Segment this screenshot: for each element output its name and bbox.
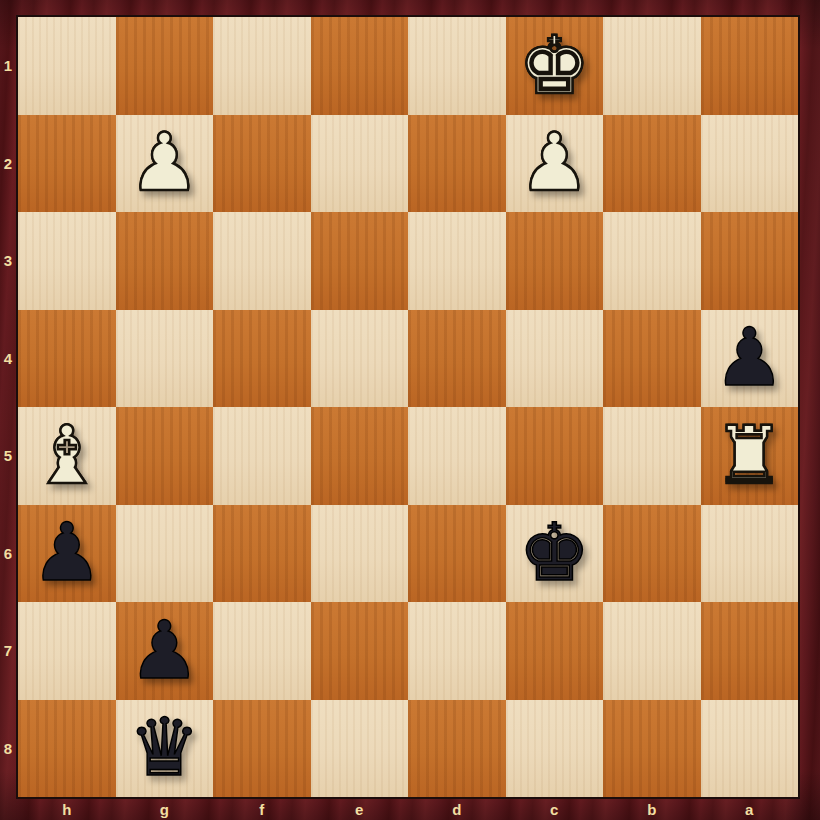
rank-label-1: 1 bbox=[0, 17, 16, 115]
square-b4[interactable] bbox=[603, 310, 701, 408]
square-c8[interactable] bbox=[506, 700, 604, 798]
square-h3[interactable] bbox=[18, 212, 116, 310]
black-pawn-g7[interactable]: ♟ bbox=[116, 602, 214, 700]
square-a4[interactable]: ♟ bbox=[701, 310, 799, 408]
rank-label-4: 4 bbox=[0, 310, 16, 408]
file-label-d: d bbox=[408, 799, 506, 820]
square-c4[interactable] bbox=[506, 310, 604, 408]
square-c2[interactable]: ♟ bbox=[506, 115, 604, 213]
rank-label-6: 6 bbox=[0, 505, 16, 603]
square-b2[interactable] bbox=[603, 115, 701, 213]
square-a3[interactable] bbox=[701, 212, 799, 310]
rank-label-3: 3 bbox=[0, 212, 16, 310]
square-g3[interactable] bbox=[116, 212, 214, 310]
square-h7[interactable] bbox=[18, 602, 116, 700]
square-d5[interactable] bbox=[408, 407, 506, 505]
square-c1[interactable]: ♚ bbox=[506, 17, 604, 115]
square-d7[interactable] bbox=[408, 602, 506, 700]
square-g1[interactable] bbox=[116, 17, 214, 115]
square-c7[interactable] bbox=[506, 602, 604, 700]
square-f2[interactable] bbox=[213, 115, 311, 213]
square-e1[interactable] bbox=[311, 17, 409, 115]
square-d3[interactable] bbox=[408, 212, 506, 310]
square-b5[interactable] bbox=[603, 407, 701, 505]
square-b6[interactable] bbox=[603, 505, 701, 603]
square-h5[interactable]: ♝ bbox=[18, 407, 116, 505]
black-pawn-h6[interactable]: ♟ bbox=[18, 505, 116, 603]
file-label-b: b bbox=[603, 799, 701, 820]
square-d8[interactable] bbox=[408, 700, 506, 798]
white-pawn-c2[interactable]: ♟ bbox=[506, 115, 604, 213]
square-b3[interactable] bbox=[603, 212, 701, 310]
black-queen-g8[interactable]: ♛ bbox=[116, 700, 214, 798]
square-c5[interactable] bbox=[506, 407, 604, 505]
square-g6[interactable] bbox=[116, 505, 214, 603]
square-d1[interactable] bbox=[408, 17, 506, 115]
file-label-h: h bbox=[18, 799, 116, 820]
square-e7[interactable] bbox=[311, 602, 409, 700]
rank-label-8: 8 bbox=[0, 700, 16, 798]
square-e2[interactable] bbox=[311, 115, 409, 213]
square-h2[interactable] bbox=[18, 115, 116, 213]
square-d6[interactable] bbox=[408, 505, 506, 603]
square-b1[interactable] bbox=[603, 17, 701, 115]
square-h1[interactable] bbox=[18, 17, 116, 115]
square-d2[interactable] bbox=[408, 115, 506, 213]
square-g4[interactable] bbox=[116, 310, 214, 408]
file-label-a: a bbox=[701, 799, 799, 820]
square-e3[interactable] bbox=[311, 212, 409, 310]
square-d4[interactable] bbox=[408, 310, 506, 408]
white-king-c1[interactable]: ♚ bbox=[506, 17, 604, 115]
square-g5[interactable] bbox=[116, 407, 214, 505]
rank-label-2: 2 bbox=[0, 115, 16, 213]
square-a2[interactable] bbox=[701, 115, 799, 213]
square-h4[interactable] bbox=[18, 310, 116, 408]
black-pawn-a4[interactable]: ♟ bbox=[701, 310, 799, 408]
square-e5[interactable] bbox=[311, 407, 409, 505]
square-f5[interactable] bbox=[213, 407, 311, 505]
square-f3[interactable] bbox=[213, 212, 311, 310]
square-c6[interactable]: ♚ bbox=[506, 505, 604, 603]
square-e8[interactable] bbox=[311, 700, 409, 798]
white-pawn-g2[interactable]: ♟ bbox=[116, 115, 214, 213]
square-f6[interactable] bbox=[213, 505, 311, 603]
square-a8[interactable] bbox=[701, 700, 799, 798]
square-f8[interactable] bbox=[213, 700, 311, 798]
square-b7[interactable] bbox=[603, 602, 701, 700]
file-label-f: f bbox=[213, 799, 311, 820]
rank-labels: 12345678 bbox=[0, 17, 16, 797]
rank-label-7: 7 bbox=[0, 602, 16, 700]
chess-board-frame: ♚♟♟♟♝♜♟♚♟♛ 12345678 hgfedcba bbox=[0, 0, 820, 820]
square-h8[interactable] bbox=[18, 700, 116, 798]
square-a5[interactable]: ♜ bbox=[701, 407, 799, 505]
square-f1[interactable] bbox=[213, 17, 311, 115]
file-label-c: c bbox=[506, 799, 604, 820]
file-label-g: g bbox=[116, 799, 214, 820]
square-g8[interactable]: ♛ bbox=[116, 700, 214, 798]
square-a7[interactable] bbox=[701, 602, 799, 700]
chess-board: ♚♟♟♟♝♜♟♚♟♛ bbox=[16, 15, 800, 799]
square-a6[interactable] bbox=[701, 505, 799, 603]
square-g2[interactable]: ♟ bbox=[116, 115, 214, 213]
black-king-c6[interactable]: ♚ bbox=[506, 505, 604, 603]
square-b8[interactable] bbox=[603, 700, 701, 798]
white-bishop-h5[interactable]: ♝ bbox=[18, 407, 116, 505]
rank-label-5: 5 bbox=[0, 407, 16, 505]
white-rook-a5[interactable]: ♜ bbox=[701, 407, 799, 505]
square-f4[interactable] bbox=[213, 310, 311, 408]
square-a1[interactable] bbox=[701, 17, 799, 115]
square-g7[interactable]: ♟ bbox=[116, 602, 214, 700]
square-f7[interactable] bbox=[213, 602, 311, 700]
square-h6[interactable]: ♟ bbox=[18, 505, 116, 603]
square-e4[interactable] bbox=[311, 310, 409, 408]
file-label-e: e bbox=[311, 799, 409, 820]
square-e6[interactable] bbox=[311, 505, 409, 603]
file-labels: hgfedcba bbox=[18, 799, 798, 820]
square-c3[interactable] bbox=[506, 212, 604, 310]
